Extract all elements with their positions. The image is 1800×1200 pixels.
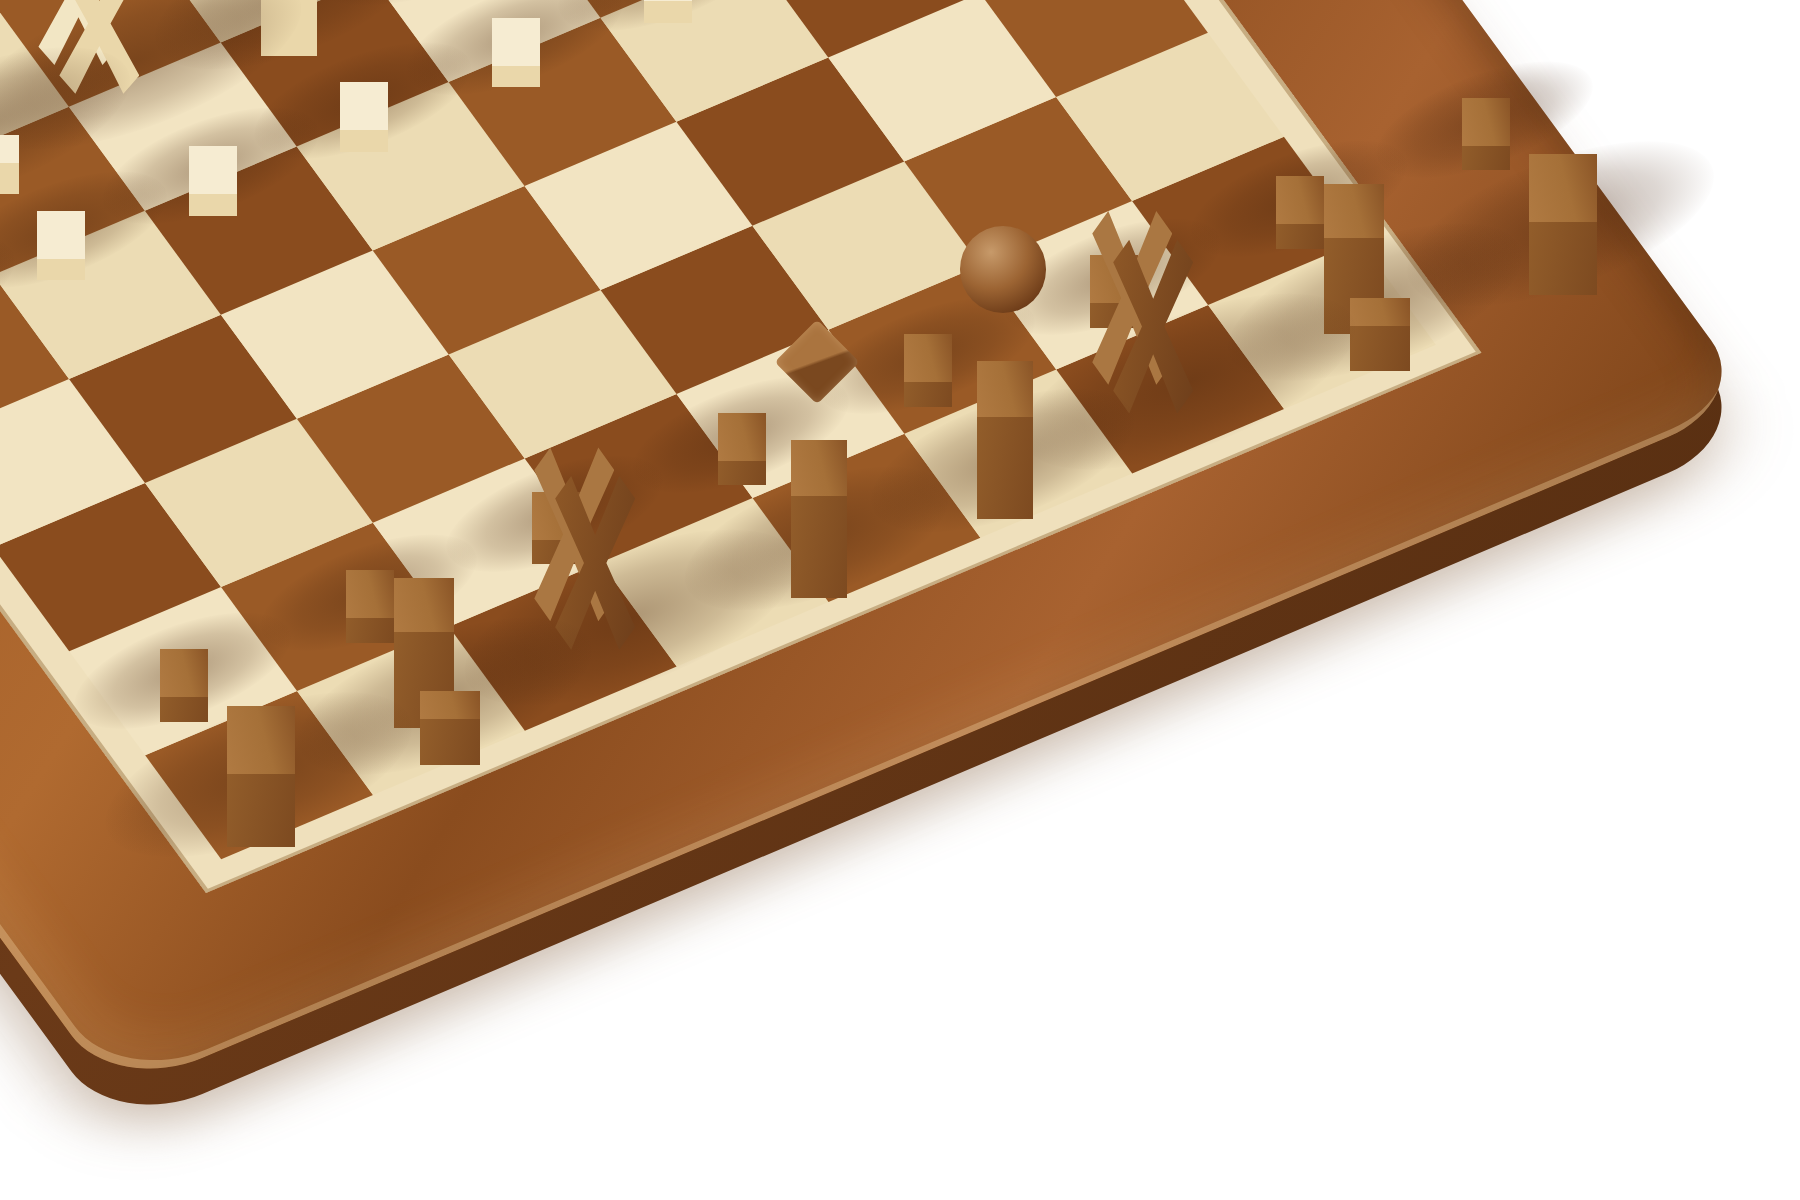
pieces-layer [0, 0, 1800, 1200]
chessboard-product-photo [0, 0, 1800, 1200]
